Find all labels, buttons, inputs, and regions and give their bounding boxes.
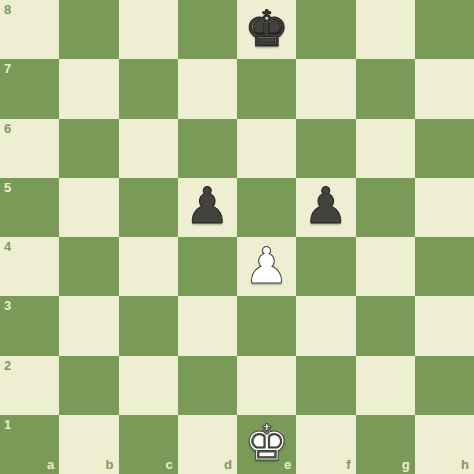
file-label-h: h — [461, 458, 469, 471]
square-e1[interactable]: e♚ — [237, 415, 296, 474]
square-b1[interactable]: b — [59, 415, 118, 474]
rank-label-6: 6 — [4, 122, 11, 135]
square-c5[interactable] — [119, 178, 178, 237]
chess-board-container: 8♚765♟♟4♟321abcde♚fgh — [0, 0, 474, 474]
square-h4[interactable] — [415, 237, 474, 296]
square-b4[interactable] — [59, 237, 118, 296]
rank-label-4: 4 — [4, 240, 11, 253]
square-d7[interactable] — [178, 59, 237, 118]
square-h7[interactable] — [415, 59, 474, 118]
rank-label-1: 1 — [4, 418, 11, 431]
square-d6[interactable] — [178, 119, 237, 178]
rank-label-5: 5 — [4, 181, 11, 194]
square-d5[interactable]: ♟ — [178, 178, 237, 237]
rank-label-3: 3 — [4, 299, 11, 312]
square-d1[interactable]: d — [178, 415, 237, 474]
square-e8[interactable]: ♚ — [237, 0, 296, 59]
black-pawn-d5[interactable]: ♟ — [185, 181, 230, 231]
square-e3[interactable] — [237, 296, 296, 355]
white-pawn-e4[interactable]: ♟ — [244, 241, 289, 291]
square-g5[interactable] — [356, 178, 415, 237]
square-h6[interactable] — [415, 119, 474, 178]
square-a4[interactable]: 4 — [0, 237, 59, 296]
square-e5[interactable] — [237, 178, 296, 237]
square-f5[interactable]: ♟ — [296, 178, 355, 237]
square-d8[interactable] — [178, 0, 237, 59]
square-h2[interactable] — [415, 356, 474, 415]
rank-label-7: 7 — [4, 62, 11, 75]
square-c2[interactable] — [119, 356, 178, 415]
square-g1[interactable]: g — [356, 415, 415, 474]
square-e2[interactable] — [237, 356, 296, 415]
square-h8[interactable] — [415, 0, 474, 59]
square-c3[interactable] — [119, 296, 178, 355]
file-label-f: f — [346, 458, 350, 471]
square-g3[interactable] — [356, 296, 415, 355]
square-e6[interactable] — [237, 119, 296, 178]
square-c1[interactable]: c — [119, 415, 178, 474]
square-g4[interactable] — [356, 237, 415, 296]
square-h5[interactable] — [415, 178, 474, 237]
rank-label-8: 8 — [4, 3, 11, 16]
square-d4[interactable] — [178, 237, 237, 296]
square-c6[interactable] — [119, 119, 178, 178]
square-g2[interactable] — [356, 356, 415, 415]
file-label-g: g — [402, 458, 410, 471]
file-label-c: c — [166, 458, 173, 471]
square-g6[interactable] — [356, 119, 415, 178]
square-a6[interactable]: 6 — [0, 119, 59, 178]
square-e4[interactable]: ♟ — [237, 237, 296, 296]
square-b2[interactable] — [59, 356, 118, 415]
square-a5[interactable]: 5 — [0, 178, 59, 237]
square-a3[interactable]: 3 — [0, 296, 59, 355]
square-b6[interactable] — [59, 119, 118, 178]
square-g8[interactable] — [356, 0, 415, 59]
file-label-a: a — [47, 458, 54, 471]
square-f4[interactable] — [296, 237, 355, 296]
square-a1[interactable]: 1a — [0, 415, 59, 474]
square-f7[interactable] — [296, 59, 355, 118]
square-a2[interactable]: 2 — [0, 356, 59, 415]
square-g7[interactable] — [356, 59, 415, 118]
square-f2[interactable] — [296, 356, 355, 415]
square-b8[interactable] — [59, 0, 118, 59]
square-d2[interactable] — [178, 356, 237, 415]
square-a7[interactable]: 7 — [0, 59, 59, 118]
black-pawn-f5[interactable]: ♟ — [303, 181, 348, 231]
square-h3[interactable] — [415, 296, 474, 355]
white-king-e1[interactable]: ♚ — [244, 418, 289, 468]
square-e7[interactable] — [237, 59, 296, 118]
square-c8[interactable] — [119, 0, 178, 59]
square-b7[interactable] — [59, 59, 118, 118]
square-a8[interactable]: 8 — [0, 0, 59, 59]
rank-label-2: 2 — [4, 359, 11, 372]
square-f6[interactable] — [296, 119, 355, 178]
black-king-e8[interactable]: ♚ — [244, 4, 289, 54]
square-b3[interactable] — [59, 296, 118, 355]
file-label-d: d — [224, 458, 232, 471]
square-f3[interactable] — [296, 296, 355, 355]
square-b5[interactable] — [59, 178, 118, 237]
file-label-b: b — [106, 458, 114, 471]
chess-board: 8♚765♟♟4♟321abcde♚fgh — [0, 0, 474, 474]
square-d3[interactable] — [178, 296, 237, 355]
square-c7[interactable] — [119, 59, 178, 118]
square-c4[interactable] — [119, 237, 178, 296]
square-f8[interactable] — [296, 0, 355, 59]
square-h1[interactable]: h — [415, 415, 474, 474]
square-f1[interactable]: f — [296, 415, 355, 474]
